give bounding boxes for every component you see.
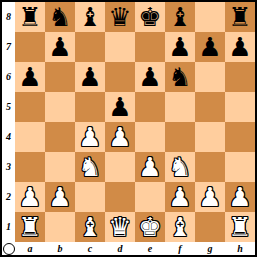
piece-black-queen[interactable]: ♛ — [108, 2, 131, 32]
square-g4[interactable] — [195, 122, 225, 152]
square-h7[interactable]: ♟ — [225, 32, 255, 62]
square-b4[interactable] — [45, 122, 75, 152]
side-to-move-indicator — [3, 243, 15, 255]
square-e3[interactable]: ♟ — [135, 152, 165, 182]
square-h1[interactable]: ♜ — [225, 212, 255, 242]
square-f7[interactable]: ♟ — [165, 32, 195, 62]
square-g8[interactable] — [195, 2, 225, 32]
piece-black-bishop[interactable]: ♝ — [168, 2, 191, 32]
rank-label-6: 6 — [2, 62, 15, 92]
square-b1[interactable] — [45, 212, 75, 242]
piece-black-pawn[interactable]: ♟ — [108, 92, 131, 122]
square-f8[interactable]: ♝ — [165, 2, 195, 32]
piece-white-pawn[interactable]: ♟ — [48, 182, 71, 212]
square-d6[interactable] — [105, 62, 135, 92]
square-f3[interactable]: ♞ — [165, 152, 195, 182]
square-h2[interactable]: ♟ — [225, 182, 255, 212]
piece-black-pawn[interactable]: ♟ — [198, 32, 221, 62]
square-d1[interactable]: ♛ — [105, 212, 135, 242]
square-h6[interactable] — [225, 62, 255, 92]
square-e1[interactable]: ♚ — [135, 212, 165, 242]
rank-label-8: 8 — [2, 2, 15, 32]
square-a1[interactable]: ♜ — [15, 212, 45, 242]
piece-white-bishop[interactable]: ♝ — [78, 212, 101, 242]
piece-black-king[interactable]: ♚ — [138, 2, 161, 32]
square-b3[interactable] — [45, 152, 75, 182]
piece-black-knight[interactable]: ♞ — [48, 2, 71, 32]
square-f6[interactable]: ♞ — [165, 62, 195, 92]
square-c2[interactable] — [75, 182, 105, 212]
piece-white-rook[interactable]: ♜ — [228, 212, 251, 242]
piece-white-pawn[interactable]: ♟ — [168, 182, 191, 212]
rank-label-5: 5 — [2, 92, 15, 122]
file-labels: abcdefgh — [15, 242, 255, 255]
file-label-d: d — [105, 242, 135, 255]
square-h8[interactable]: ♜ — [225, 2, 255, 32]
square-g7[interactable]: ♟ — [195, 32, 225, 62]
rank-label-1: 1 — [2, 212, 15, 242]
piece-white-knight[interactable]: ♞ — [168, 152, 191, 182]
piece-white-knight[interactable]: ♞ — [78, 152, 101, 182]
piece-black-pawn[interactable]: ♟ — [138, 62, 161, 92]
piece-black-pawn[interactable]: ♟ — [78, 62, 101, 92]
piece-black-pawn[interactable]: ♟ — [228, 32, 251, 62]
chess-diagram: 87654321 ♜♞♝♛♚♝♜♟♟♟♟♟♟♟♞♟♟♟♞♟♞♟♟♟♟♟♜♝♛♚♝… — [0, 0, 257, 257]
square-c6[interactable]: ♟ — [75, 62, 105, 92]
square-g2[interactable]: ♟ — [195, 182, 225, 212]
file-label-g: g — [195, 242, 225, 255]
piece-white-pawn[interactable]: ♟ — [198, 182, 221, 212]
file-label-c: c — [75, 242, 105, 255]
piece-white-pawn[interactable]: ♟ — [18, 182, 41, 212]
square-b6[interactable] — [45, 62, 75, 92]
square-f5[interactable] — [165, 92, 195, 122]
piece-white-queen[interactable]: ♛ — [108, 212, 131, 242]
rank-label-7: 7 — [2, 32, 15, 62]
piece-white-bishop[interactable]: ♝ — [168, 212, 191, 242]
square-b2[interactable]: ♟ — [45, 182, 75, 212]
square-a2[interactable]: ♟ — [15, 182, 45, 212]
file-label-f: f — [165, 242, 195, 255]
rank-label-3: 3 — [2, 152, 15, 182]
square-a3[interactable] — [15, 152, 45, 182]
square-b5[interactable] — [45, 92, 75, 122]
rank-label-4: 4 — [2, 122, 15, 152]
square-c3[interactable]: ♞ — [75, 152, 105, 182]
piece-black-pawn[interactable]: ♟ — [168, 32, 191, 62]
square-h4[interactable] — [225, 122, 255, 152]
piece-black-knight[interactable]: ♞ — [168, 62, 191, 92]
square-a6[interactable]: ♟ — [15, 62, 45, 92]
piece-black-rook[interactable]: ♜ — [228, 2, 251, 32]
board: ♜♞♝♛♚♝♜♟♟♟♟♟♟♟♞♟♟♟♞♟♞♟♟♟♟♟♜♝♛♚♝♜ — [15, 2, 255, 242]
piece-white-pawn[interactable]: ♟ — [108, 122, 131, 152]
square-d3[interactable] — [105, 152, 135, 182]
square-d7[interactable] — [105, 32, 135, 62]
square-f4[interactable] — [165, 122, 195, 152]
file-label-b: b — [45, 242, 75, 255]
piece-black-rook[interactable]: ♜ — [18, 2, 41, 32]
square-a5[interactable] — [15, 92, 45, 122]
file-label-e: e — [135, 242, 165, 255]
rank-labels: 87654321 — [2, 2, 15, 242]
square-g3[interactable] — [195, 152, 225, 182]
square-g1[interactable] — [195, 212, 225, 242]
corner-cell — [2, 242, 15, 255]
square-e6[interactable]: ♟ — [135, 62, 165, 92]
square-c1[interactable]: ♝ — [75, 212, 105, 242]
square-a4[interactable] — [15, 122, 45, 152]
square-f1[interactable]: ♝ — [165, 212, 195, 242]
piece-white-rook[interactable]: ♜ — [18, 212, 41, 242]
piece-white-pawn[interactable]: ♟ — [78, 122, 101, 152]
file-label-h: h — [225, 242, 255, 255]
square-d2[interactable] — [105, 182, 135, 212]
square-c5[interactable] — [75, 92, 105, 122]
square-c7[interactable] — [75, 32, 105, 62]
square-c8[interactable]: ♝ — [75, 2, 105, 32]
square-c4[interactable]: ♟ — [75, 122, 105, 152]
square-a8[interactable]: ♜ — [15, 2, 45, 32]
square-g6[interactable] — [195, 62, 225, 92]
square-d5[interactable]: ♟ — [105, 92, 135, 122]
square-b8[interactable]: ♞ — [45, 2, 75, 32]
piece-white-pawn[interactable]: ♟ — [138, 152, 161, 182]
piece-white-pawn[interactable]: ♟ — [228, 182, 251, 212]
piece-white-king[interactable]: ♚ — [138, 212, 161, 242]
square-e5[interactable] — [135, 92, 165, 122]
square-h5[interactable] — [225, 92, 255, 122]
square-d8[interactable]: ♛ — [105, 2, 135, 32]
square-g5[interactable] — [195, 92, 225, 122]
square-a7[interactable] — [15, 32, 45, 62]
square-e2[interactable] — [135, 182, 165, 212]
piece-black-bishop[interactable]: ♝ — [78, 2, 101, 32]
file-label-a: a — [15, 242, 45, 255]
square-b7[interactable]: ♟ — [45, 32, 75, 62]
rank-label-2: 2 — [2, 182, 15, 212]
square-f2[interactable]: ♟ — [165, 182, 195, 212]
square-e8[interactable]: ♚ — [135, 2, 165, 32]
square-h3[interactable] — [225, 152, 255, 182]
square-e7[interactable] — [135, 32, 165, 62]
square-e4[interactable] — [135, 122, 165, 152]
piece-black-pawn[interactable]: ♟ — [48, 32, 71, 62]
piece-black-pawn[interactable]: ♟ — [18, 62, 41, 92]
square-d4[interactable]: ♟ — [105, 122, 135, 152]
